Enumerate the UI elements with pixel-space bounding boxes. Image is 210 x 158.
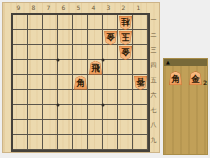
square-9二[interactable] [13, 30, 28, 45]
sente-hand-area: 角金2 [164, 67, 207, 155]
square-8二[interactable] [28, 30, 43, 45]
square-7六[interactable] [43, 90, 58, 105]
square-1二[interactable] [133, 30, 148, 45]
square-1八[interactable] [133, 120, 148, 135]
hand-slot-金: 金2 [189, 71, 202, 85]
square-7五[interactable] [43, 75, 58, 90]
hand-piece-角[interactable]: 角 [169, 71, 182, 85]
square-6九[interactable] [58, 135, 73, 150]
hand-piece-count: 2 [203, 79, 207, 86]
gote-金-3二[interactable]: 金 [104, 31, 117, 45]
square-8三[interactable] [28, 45, 43, 60]
file-label-1: 1 [131, 3, 146, 13]
square-7一[interactable] [43, 15, 58, 30]
square-4六[interactable] [88, 90, 103, 105]
star-point [102, 104, 105, 107]
square-8九[interactable] [28, 135, 43, 150]
piece-glyph: 金 [106, 31, 115, 42]
file-label-4: 4 [86, 3, 101, 13]
square-9三[interactable] [13, 45, 28, 60]
hand-piece-金[interactable]: 金 [189, 71, 202, 85]
square-5七[interactable] [73, 105, 88, 120]
square-8一[interactable] [28, 15, 43, 30]
square-6五[interactable] [58, 75, 73, 90]
piece-glyph: 金 [191, 74, 200, 85]
square-7三[interactable] [43, 45, 58, 60]
file-label-3: 3 [101, 3, 116, 13]
file-label-7: 7 [41, 3, 56, 13]
piece-glyph: 玉 [121, 31, 130, 42]
piece-glyph: 角 [76, 78, 85, 89]
gote-桂-2一[interactable]: 桂 [119, 16, 132, 30]
square-1一[interactable] [133, 15, 148, 30]
square-7二[interactable] [43, 30, 58, 45]
square-4七[interactable] [88, 105, 103, 120]
hand-slot-角: 角 [169, 71, 182, 85]
file-label-8: 8 [26, 3, 41, 13]
square-3六[interactable] [103, 90, 118, 105]
gote-玉-2二[interactable]: 玉 [119, 31, 132, 45]
square-3七[interactable] [103, 105, 118, 120]
square-7七[interactable] [43, 105, 58, 120]
star-point [102, 59, 105, 62]
piece-glyph: 金 [121, 46, 130, 57]
square-6六[interactable] [58, 90, 73, 105]
square-6三[interactable] [58, 45, 73, 60]
square-3八[interactable] [103, 120, 118, 135]
square-4二[interactable] [88, 30, 103, 45]
square-1九[interactable] [133, 135, 148, 150]
file-labels: 987654321 [11, 3, 146, 13]
gote-香-1五[interactable]: 香 [134, 76, 147, 90]
square-3一[interactable] [103, 15, 118, 30]
square-1三[interactable] [133, 45, 148, 60]
file-label-9: 9 [11, 3, 26, 13]
piece-glyph: 香 [136, 76, 145, 87]
square-3五[interactable] [103, 75, 118, 90]
square-5一[interactable] [73, 15, 88, 30]
file-label-5: 5 [71, 3, 86, 13]
square-9一[interactable] [13, 15, 28, 30]
square-4八[interactable] [88, 120, 103, 135]
square-9八[interactable] [13, 120, 28, 135]
square-5九[interactable] [73, 135, 88, 150]
square-6二[interactable] [58, 30, 73, 45]
sente-marker-icon: ▲ [166, 60, 170, 65]
tray-header: ▲ [164, 59, 207, 66]
square-8四[interactable] [28, 60, 43, 75]
square-7四[interactable] [43, 60, 58, 75]
square-8五[interactable] [28, 75, 43, 90]
square-2五[interactable] [118, 75, 133, 90]
square-5四[interactable] [73, 60, 88, 75]
square-5六[interactable] [73, 90, 88, 105]
square-4一[interactable] [88, 15, 103, 30]
square-8七[interactable] [28, 105, 43, 120]
square-2九[interactable] [118, 135, 133, 150]
square-1六[interactable] [133, 90, 148, 105]
square-6四[interactable] [58, 60, 73, 75]
gote-金-2三[interactable]: 金 [119, 46, 132, 60]
square-2七[interactable] [118, 105, 133, 120]
square-4九[interactable] [88, 135, 103, 150]
square-1四[interactable] [133, 60, 148, 75]
square-9七[interactable] [13, 105, 28, 120]
square-9九[interactable] [13, 135, 28, 150]
square-2六[interactable] [118, 90, 133, 105]
star-point [57, 104, 60, 107]
square-4五[interactable] [88, 75, 103, 90]
square-9六[interactable] [13, 90, 28, 105]
star-point [57, 59, 60, 62]
piece-glyph: 飛 [91, 63, 100, 74]
square-3九[interactable] [103, 135, 118, 150]
square-2四[interactable] [118, 60, 133, 75]
square-5八[interactable] [73, 120, 88, 135]
square-8八[interactable] [28, 120, 43, 135]
square-6八[interactable] [58, 120, 73, 135]
square-6七[interactable] [58, 105, 73, 120]
shogi-board-panel: 987654321 一二三四五六七八九 桂金玉金飛角香 [2, 2, 160, 153]
square-6一[interactable] [58, 15, 73, 30]
square-3四[interactable] [103, 60, 118, 75]
square-9四[interactable] [13, 60, 28, 75]
square-5三[interactable] [73, 45, 88, 60]
square-9五[interactable] [13, 75, 28, 90]
square-3三[interactable] [103, 45, 118, 60]
square-2八[interactable] [118, 120, 133, 135]
square-5二[interactable] [73, 30, 88, 45]
square-4三[interactable] [88, 45, 103, 60]
square-7九[interactable] [43, 135, 58, 150]
piece-glyph: 桂 [121, 16, 130, 27]
hand-piece-tray: ▲ 角金2 [163, 58, 208, 155]
square-1七[interactable] [133, 105, 148, 120]
file-label-6: 6 [56, 3, 71, 13]
file-label-2: 2 [116, 3, 131, 13]
square-8六[interactable] [28, 90, 43, 105]
piece-glyph: 角 [171, 74, 180, 85]
board-grid[interactable]: 桂金玉金飛角香 [11, 13, 150, 152]
square-7八[interactable] [43, 120, 58, 135]
